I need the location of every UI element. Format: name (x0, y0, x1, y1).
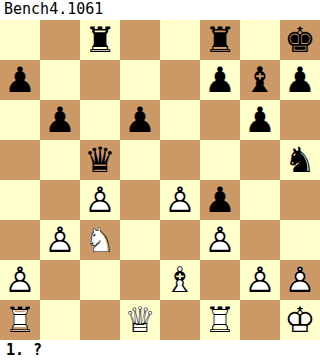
square-g6[interactable]: ♟ (240, 100, 280, 140)
piece-outline: ♔ (280, 300, 320, 340)
square-g7[interactable]: ♝ (240, 60, 280, 100)
black-rook[interactable]: ♜ (80, 20, 120, 60)
square-g3[interactable] (240, 220, 280, 260)
square-a2[interactable]: ♟♙ (0, 260, 40, 300)
square-e8[interactable] (160, 20, 200, 60)
square-h2[interactable]: ♟♙ (280, 260, 320, 300)
square-a1[interactable]: ♜♖ (0, 300, 40, 340)
piece-outline: ♕ (120, 300, 160, 340)
black-queen[interactable]: ♛ (80, 140, 120, 180)
square-b2[interactable] (40, 260, 80, 300)
piece-outline: ♙ (160, 180, 200, 220)
square-d4[interactable] (120, 180, 160, 220)
square-c2[interactable] (80, 260, 120, 300)
square-d3[interactable] (120, 220, 160, 260)
square-c4[interactable]: ♟♙ (80, 180, 120, 220)
square-g2[interactable]: ♟♙ (240, 260, 280, 300)
white-pawn[interactable]: ♟♙ (160, 180, 200, 220)
piece-outline: ♙ (80, 180, 120, 220)
square-a7[interactable]: ♟ (0, 60, 40, 100)
piece-outline: ♙ (200, 220, 240, 260)
white-king[interactable]: ♚♔ (280, 300, 320, 340)
white-pawn[interactable]: ♟♙ (80, 180, 120, 220)
white-rook[interactable]: ♜♖ (200, 300, 240, 340)
white-knight[interactable]: ♞♘ (80, 220, 120, 260)
square-h5[interactable]: ♞ (280, 140, 320, 180)
square-c8[interactable]: ♜ (80, 20, 120, 60)
square-f4[interactable]: ♟ (200, 180, 240, 220)
square-b4[interactable] (40, 180, 80, 220)
square-c3[interactable]: ♞♘ (80, 220, 120, 260)
square-h4[interactable] (280, 180, 320, 220)
piece-outline: ♙ (280, 260, 320, 300)
square-a8[interactable] (0, 20, 40, 60)
white-bishop[interactable]: ♝♗ (160, 260, 200, 300)
square-a3[interactable] (0, 220, 40, 260)
chess-diagram-page: Bench4.1061 ♜♜♚♟♟♝♟♟♟♟♛♞♟♙♟♙♟♟♙♞♘♟♙♟♙♝♗♟… (0, 0, 320, 360)
square-f7[interactable]: ♟ (200, 60, 240, 100)
black-pawn[interactable]: ♟ (200, 60, 240, 100)
square-e1[interactable] (160, 300, 200, 340)
piece-outline: ♙ (240, 260, 280, 300)
square-f3[interactable]: ♟♙ (200, 220, 240, 260)
white-pawn[interactable]: ♟♙ (240, 260, 280, 300)
square-c6[interactable] (80, 100, 120, 140)
white-pawn[interactable]: ♟♙ (200, 220, 240, 260)
square-b7[interactable] (40, 60, 80, 100)
black-pawn[interactable]: ♟ (280, 60, 320, 100)
piece-outline: ♙ (40, 220, 80, 260)
square-f5[interactable] (200, 140, 240, 180)
piece-outline: ♙ (0, 260, 40, 300)
black-bishop[interactable]: ♝ (240, 60, 280, 100)
square-h3[interactable] (280, 220, 320, 260)
square-d6[interactable]: ♟ (120, 100, 160, 140)
square-d8[interactable] (120, 20, 160, 60)
square-f1[interactable]: ♜♖ (200, 300, 240, 340)
square-b6[interactable]: ♟ (40, 100, 80, 140)
white-pawn[interactable]: ♟♙ (40, 220, 80, 260)
black-rook[interactable]: ♜ (200, 20, 240, 60)
black-pawn[interactable]: ♟ (240, 100, 280, 140)
black-king[interactable]: ♚ (280, 20, 320, 60)
white-pawn[interactable]: ♟♙ (280, 260, 320, 300)
square-h6[interactable] (280, 100, 320, 140)
white-pawn[interactable]: ♟♙ (0, 260, 40, 300)
square-g5[interactable] (240, 140, 280, 180)
black-pawn[interactable]: ♟ (40, 100, 80, 140)
square-e7[interactable] (160, 60, 200, 100)
square-b5[interactable] (40, 140, 80, 180)
square-e2[interactable]: ♝♗ (160, 260, 200, 300)
square-c5[interactable]: ♛ (80, 140, 120, 180)
square-g4[interactable] (240, 180, 280, 220)
black-pawn[interactable]: ♟ (0, 60, 40, 100)
piece-outline: ♖ (0, 300, 40, 340)
square-a4[interactable] (0, 180, 40, 220)
piece-outline: ♗ (160, 260, 200, 300)
square-d7[interactable] (120, 60, 160, 100)
page-title: Bench4.1061 (0, 0, 320, 20)
square-e4[interactable]: ♟♙ (160, 180, 200, 220)
square-g8[interactable] (240, 20, 280, 60)
white-rook[interactable]: ♜♖ (0, 300, 40, 340)
square-h1[interactable]: ♚♔ (280, 300, 320, 340)
square-b3[interactable]: ♟♙ (40, 220, 80, 260)
square-f6[interactable] (200, 100, 240, 140)
square-d5[interactable] (120, 140, 160, 180)
square-b1[interactable] (40, 300, 80, 340)
piece-outline: ♖ (200, 300, 240, 340)
square-a6[interactable] (0, 100, 40, 140)
square-a5[interactable] (0, 140, 40, 180)
square-d2[interactable] (120, 260, 160, 300)
piece-outline: ♘ (80, 220, 120, 260)
square-b8[interactable] (40, 20, 80, 60)
white-queen[interactable]: ♛♕ (120, 300, 160, 340)
square-d1[interactable]: ♛♕ (120, 300, 160, 340)
square-e6[interactable] (160, 100, 200, 140)
square-h7[interactable]: ♟ (280, 60, 320, 100)
square-e3[interactable] (160, 220, 200, 260)
move-prompt: 1. ? (0, 340, 320, 360)
chess-board: ♜♜♚♟♟♝♟♟♟♟♛♞♟♙♟♙♟♟♙♞♘♟♙♟♙♝♗♟♙♟♙♜♖♛♕♜♖♚♔ (0, 20, 320, 340)
square-e5[interactable] (160, 140, 200, 180)
square-f2[interactable] (200, 260, 240, 300)
square-c7[interactable] (80, 60, 120, 100)
square-c1[interactable] (80, 300, 120, 340)
square-h8[interactable]: ♚ (280, 20, 320, 60)
square-f8[interactable]: ♜ (200, 20, 240, 60)
black-knight[interactable]: ♞ (280, 140, 320, 180)
black-pawn[interactable]: ♟ (200, 180, 240, 220)
square-g1[interactable] (240, 300, 280, 340)
black-pawn[interactable]: ♟ (120, 100, 160, 140)
